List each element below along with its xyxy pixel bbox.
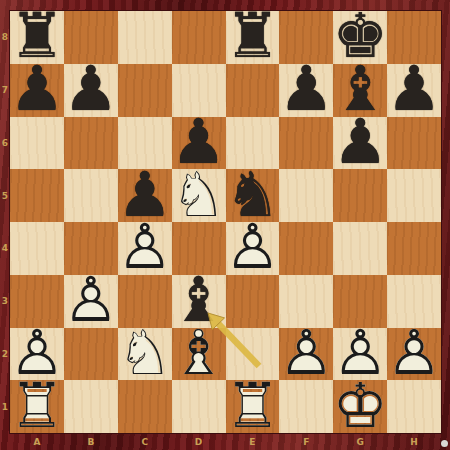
square-b1[interactable] [64, 380, 118, 433]
black-pawn[interactable]: ♟ [64, 64, 118, 117]
square-g5[interactable] [333, 169, 387, 222]
square-f2[interactable]: ♟♙ [279, 328, 333, 381]
square-a4[interactable] [10, 222, 64, 275]
square-c7[interactable] [118, 64, 172, 117]
white-king[interactable]: ♚♔ [333, 380, 387, 433]
white-pawn[interactable]: ♟♙ [279, 328, 333, 381]
rank-label-8: 8 [0, 11, 10, 64]
square-b5[interactable] [64, 169, 118, 222]
white-pawn[interactable]: ♟♙ [387, 328, 441, 381]
black-pawn[interactable]: ♟ [10, 64, 64, 117]
black-pawn[interactable]: ♟ [279, 64, 333, 117]
file-label-h: H [387, 434, 441, 449]
white-rook[interactable]: ♜♖ [226, 380, 280, 433]
rank-label-7: 7 [0, 64, 10, 117]
square-h5[interactable] [387, 169, 441, 222]
black-pawn[interactable]: ♟ [387, 64, 441, 117]
rank-label-2: 2 [0, 328, 10, 381]
file-label-f: F [279, 434, 333, 449]
file-label-c: C [118, 434, 172, 449]
rank-label-4: 4 [0, 222, 10, 275]
chess-board: ♜♜♚♟♟♟♝♟♟♟♟♞♘♞♟♙♟♙♟♙♝♟♙♞♘♝♗♟♙♟♙♟♙♜♖♜♖♚♔ [10, 11, 441, 433]
square-c8[interactable] [118, 11, 172, 64]
square-h4[interactable] [387, 222, 441, 275]
square-e1[interactable]: ♜♖ [226, 380, 280, 433]
rank-label-3: 3 [0, 275, 10, 328]
square-f4[interactable] [279, 222, 333, 275]
square-f7[interactable]: ♟ [279, 64, 333, 117]
square-c4[interactable]: ♟♙ [118, 222, 172, 275]
square-b3[interactable]: ♟♙ [64, 275, 118, 328]
square-g1[interactable]: ♚♔ [333, 380, 387, 433]
square-f1[interactable] [279, 380, 333, 433]
square-d8[interactable] [172, 11, 226, 64]
white-pawn[interactable]: ♟♙ [226, 222, 280, 275]
file-label-b: B [64, 434, 118, 449]
rank-label-1: 1 [0, 380, 10, 433]
square-a5[interactable] [10, 169, 64, 222]
file-label-g: G [333, 434, 387, 449]
white-pawn[interactable]: ♟♙ [118, 222, 172, 275]
square-h6[interactable] [387, 117, 441, 170]
board-frame: ♜♜♚♟♟♟♝♟♟♟♟♞♘♞♟♙♟♙♟♙♝♟♙♞♘♝♗♟♙♟♙♟♙♜♖♜♖♚♔ … [0, 0, 450, 450]
square-f5[interactable] [279, 169, 333, 222]
file-label-e: E [226, 434, 280, 449]
corner-dot [441, 440, 448, 447]
square-g4[interactable] [333, 222, 387, 275]
black-pawn[interactable]: ♟ [333, 117, 387, 170]
white-pawn[interactable]: ♟♙ [64, 275, 118, 328]
square-a1[interactable]: ♜♖ [10, 380, 64, 433]
square-a7[interactable]: ♟ [10, 64, 64, 117]
square-e4[interactable]: ♟♙ [226, 222, 280, 275]
square-d2[interactable]: ♝♗ [172, 328, 226, 381]
square-c1[interactable] [118, 380, 172, 433]
square-b6[interactable] [64, 117, 118, 170]
square-a6[interactable] [10, 117, 64, 170]
square-e7[interactable] [226, 64, 280, 117]
file-label-d: D [172, 434, 226, 449]
square-d1[interactable] [172, 380, 226, 433]
square-b7[interactable]: ♟ [64, 64, 118, 117]
square-h7[interactable]: ♟ [387, 64, 441, 117]
rank-label-5: 5 [0, 169, 10, 222]
square-f6[interactable] [279, 117, 333, 170]
white-knight[interactable]: ♞♘ [172, 169, 226, 222]
white-rook[interactable]: ♜♖ [10, 380, 64, 433]
square-e8[interactable]: ♜ [226, 11, 280, 64]
square-h1[interactable] [387, 380, 441, 433]
square-e3[interactable] [226, 275, 280, 328]
square-h2[interactable]: ♟♙ [387, 328, 441, 381]
file-label-a: A [10, 434, 64, 449]
black-rook[interactable]: ♜ [226, 11, 280, 64]
square-g6[interactable]: ♟ [333, 117, 387, 170]
square-b2[interactable] [64, 328, 118, 381]
square-c2[interactable]: ♞♘ [118, 328, 172, 381]
white-knight[interactable]: ♞♘ [118, 328, 172, 381]
square-d5[interactable]: ♞♘ [172, 169, 226, 222]
white-bishop[interactable]: ♝♗ [172, 328, 226, 381]
rank-label-6: 6 [0, 117, 10, 170]
